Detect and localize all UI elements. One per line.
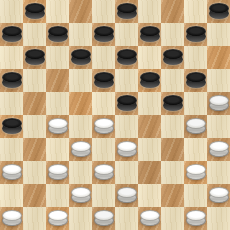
light-square [115, 115, 138, 138]
light-square [138, 46, 161, 69]
dark-square[interactable] [69, 184, 92, 207]
dark-square[interactable] [92, 207, 115, 230]
white-man[interactable] [2, 164, 22, 180]
light-square [0, 92, 23, 115]
black-man[interactable] [2, 26, 22, 42]
white-man[interactable] [48, 210, 68, 226]
black-man[interactable] [94, 72, 114, 88]
black-man[interactable] [2, 118, 22, 134]
black-man[interactable] [140, 26, 160, 42]
white-man[interactable] [209, 141, 229, 157]
dark-square[interactable] [184, 23, 207, 46]
white-man[interactable] [2, 210, 22, 226]
black-man[interactable] [71, 49, 91, 65]
light-square [69, 69, 92, 92]
white-man[interactable] [48, 164, 68, 180]
black-man[interactable] [117, 3, 137, 19]
dark-square[interactable] [69, 138, 92, 161]
white-man[interactable] [140, 210, 160, 226]
light-square [207, 161, 230, 184]
dark-square[interactable] [161, 0, 184, 23]
light-square [23, 207, 46, 230]
light-square [0, 0, 23, 23]
white-man[interactable] [209, 95, 229, 111]
dark-square[interactable] [161, 92, 184, 115]
dark-square[interactable] [138, 207, 161, 230]
dark-square[interactable] [161, 46, 184, 69]
light-square [161, 69, 184, 92]
black-man[interactable] [186, 72, 206, 88]
light-square [184, 92, 207, 115]
dark-square[interactable] [184, 115, 207, 138]
white-man[interactable] [186, 210, 206, 226]
dark-square[interactable] [92, 69, 115, 92]
black-man[interactable] [25, 49, 45, 65]
dark-square[interactable] [23, 0, 46, 23]
light-square [138, 184, 161, 207]
dark-square[interactable] [138, 69, 161, 92]
white-man[interactable] [71, 141, 91, 157]
dark-square[interactable] [0, 207, 23, 230]
light-square [184, 0, 207, 23]
dark-square[interactable] [92, 115, 115, 138]
light-square [69, 115, 92, 138]
light-square [184, 46, 207, 69]
white-man[interactable] [94, 210, 114, 226]
black-man[interactable] [48, 26, 68, 42]
white-man[interactable] [94, 118, 114, 134]
black-man[interactable] [186, 26, 206, 42]
light-square [161, 161, 184, 184]
light-square [23, 23, 46, 46]
dark-square[interactable] [46, 115, 69, 138]
dark-square[interactable] [207, 138, 230, 161]
light-square [207, 69, 230, 92]
black-man[interactable] [163, 95, 183, 111]
light-square [69, 207, 92, 230]
light-square [0, 138, 23, 161]
dark-square[interactable] [115, 46, 138, 69]
white-man[interactable] [209, 187, 229, 203]
black-man[interactable] [209, 3, 229, 19]
light-square [23, 69, 46, 92]
dark-square[interactable] [207, 46, 230, 69]
black-man[interactable] [117, 49, 137, 65]
light-square [92, 92, 115, 115]
light-square [138, 0, 161, 23]
dark-square[interactable] [92, 161, 115, 184]
black-man[interactable] [117, 95, 137, 111]
light-square [115, 23, 138, 46]
dark-square[interactable] [207, 0, 230, 23]
dark-square[interactable] [161, 138, 184, 161]
dark-square[interactable] [46, 23, 69, 46]
dark-square[interactable] [23, 184, 46, 207]
dark-square[interactable] [115, 92, 138, 115]
black-man[interactable] [140, 72, 160, 88]
dark-square[interactable] [184, 69, 207, 92]
light-square [207, 207, 230, 230]
light-square [184, 184, 207, 207]
dark-square[interactable] [0, 23, 23, 46]
white-man[interactable] [186, 164, 206, 180]
black-man[interactable] [2, 72, 22, 88]
dark-square[interactable] [115, 138, 138, 161]
light-square [161, 207, 184, 230]
light-square [23, 115, 46, 138]
dark-square[interactable] [69, 46, 92, 69]
dark-square[interactable] [92, 23, 115, 46]
light-square [115, 69, 138, 92]
light-square [0, 184, 23, 207]
dark-square[interactable] [115, 0, 138, 23]
light-square [46, 0, 69, 23]
light-square [69, 23, 92, 46]
white-man[interactable] [186, 118, 206, 134]
black-man[interactable] [163, 49, 183, 65]
white-man[interactable] [48, 118, 68, 134]
light-square [207, 115, 230, 138]
light-square [138, 138, 161, 161]
dark-square[interactable] [138, 161, 161, 184]
dark-square[interactable] [46, 69, 69, 92]
light-square [46, 184, 69, 207]
light-square [161, 23, 184, 46]
dark-square[interactable] [138, 23, 161, 46]
white-man[interactable] [117, 141, 137, 157]
dark-square[interactable] [207, 184, 230, 207]
light-square [92, 138, 115, 161]
dark-square[interactable] [23, 46, 46, 69]
light-square [69, 161, 92, 184]
black-man[interactable] [94, 26, 114, 42]
dark-square[interactable] [115, 184, 138, 207]
light-square [115, 207, 138, 230]
light-square [46, 46, 69, 69]
dark-square[interactable] [184, 207, 207, 230]
light-square [92, 46, 115, 69]
light-square [92, 0, 115, 23]
dark-square[interactable] [46, 161, 69, 184]
white-man[interactable] [71, 187, 91, 203]
light-square [115, 161, 138, 184]
dark-square[interactable] [69, 0, 92, 23]
dark-square[interactable] [207, 92, 230, 115]
light-square [207, 23, 230, 46]
light-square [23, 161, 46, 184]
light-square [92, 184, 115, 207]
dark-square[interactable] [0, 115, 23, 138]
dark-square[interactable] [161, 184, 184, 207]
dark-square[interactable] [23, 92, 46, 115]
dark-square[interactable] [0, 69, 23, 92]
light-square [46, 138, 69, 161]
light-square [46, 92, 69, 115]
light-square [138, 92, 161, 115]
board [0, 0, 230, 230]
light-square [0, 46, 23, 69]
light-square [161, 115, 184, 138]
white-man[interactable] [117, 187, 137, 203]
white-man[interactable] [94, 164, 114, 180]
black-man[interactable] [25, 3, 45, 19]
dark-square[interactable] [23, 138, 46, 161]
dark-square[interactable] [46, 207, 69, 230]
dark-square[interactable] [184, 161, 207, 184]
dark-square[interactable] [69, 92, 92, 115]
dark-square[interactable] [138, 115, 161, 138]
light-square [184, 138, 207, 161]
dark-square[interactable] [0, 161, 23, 184]
